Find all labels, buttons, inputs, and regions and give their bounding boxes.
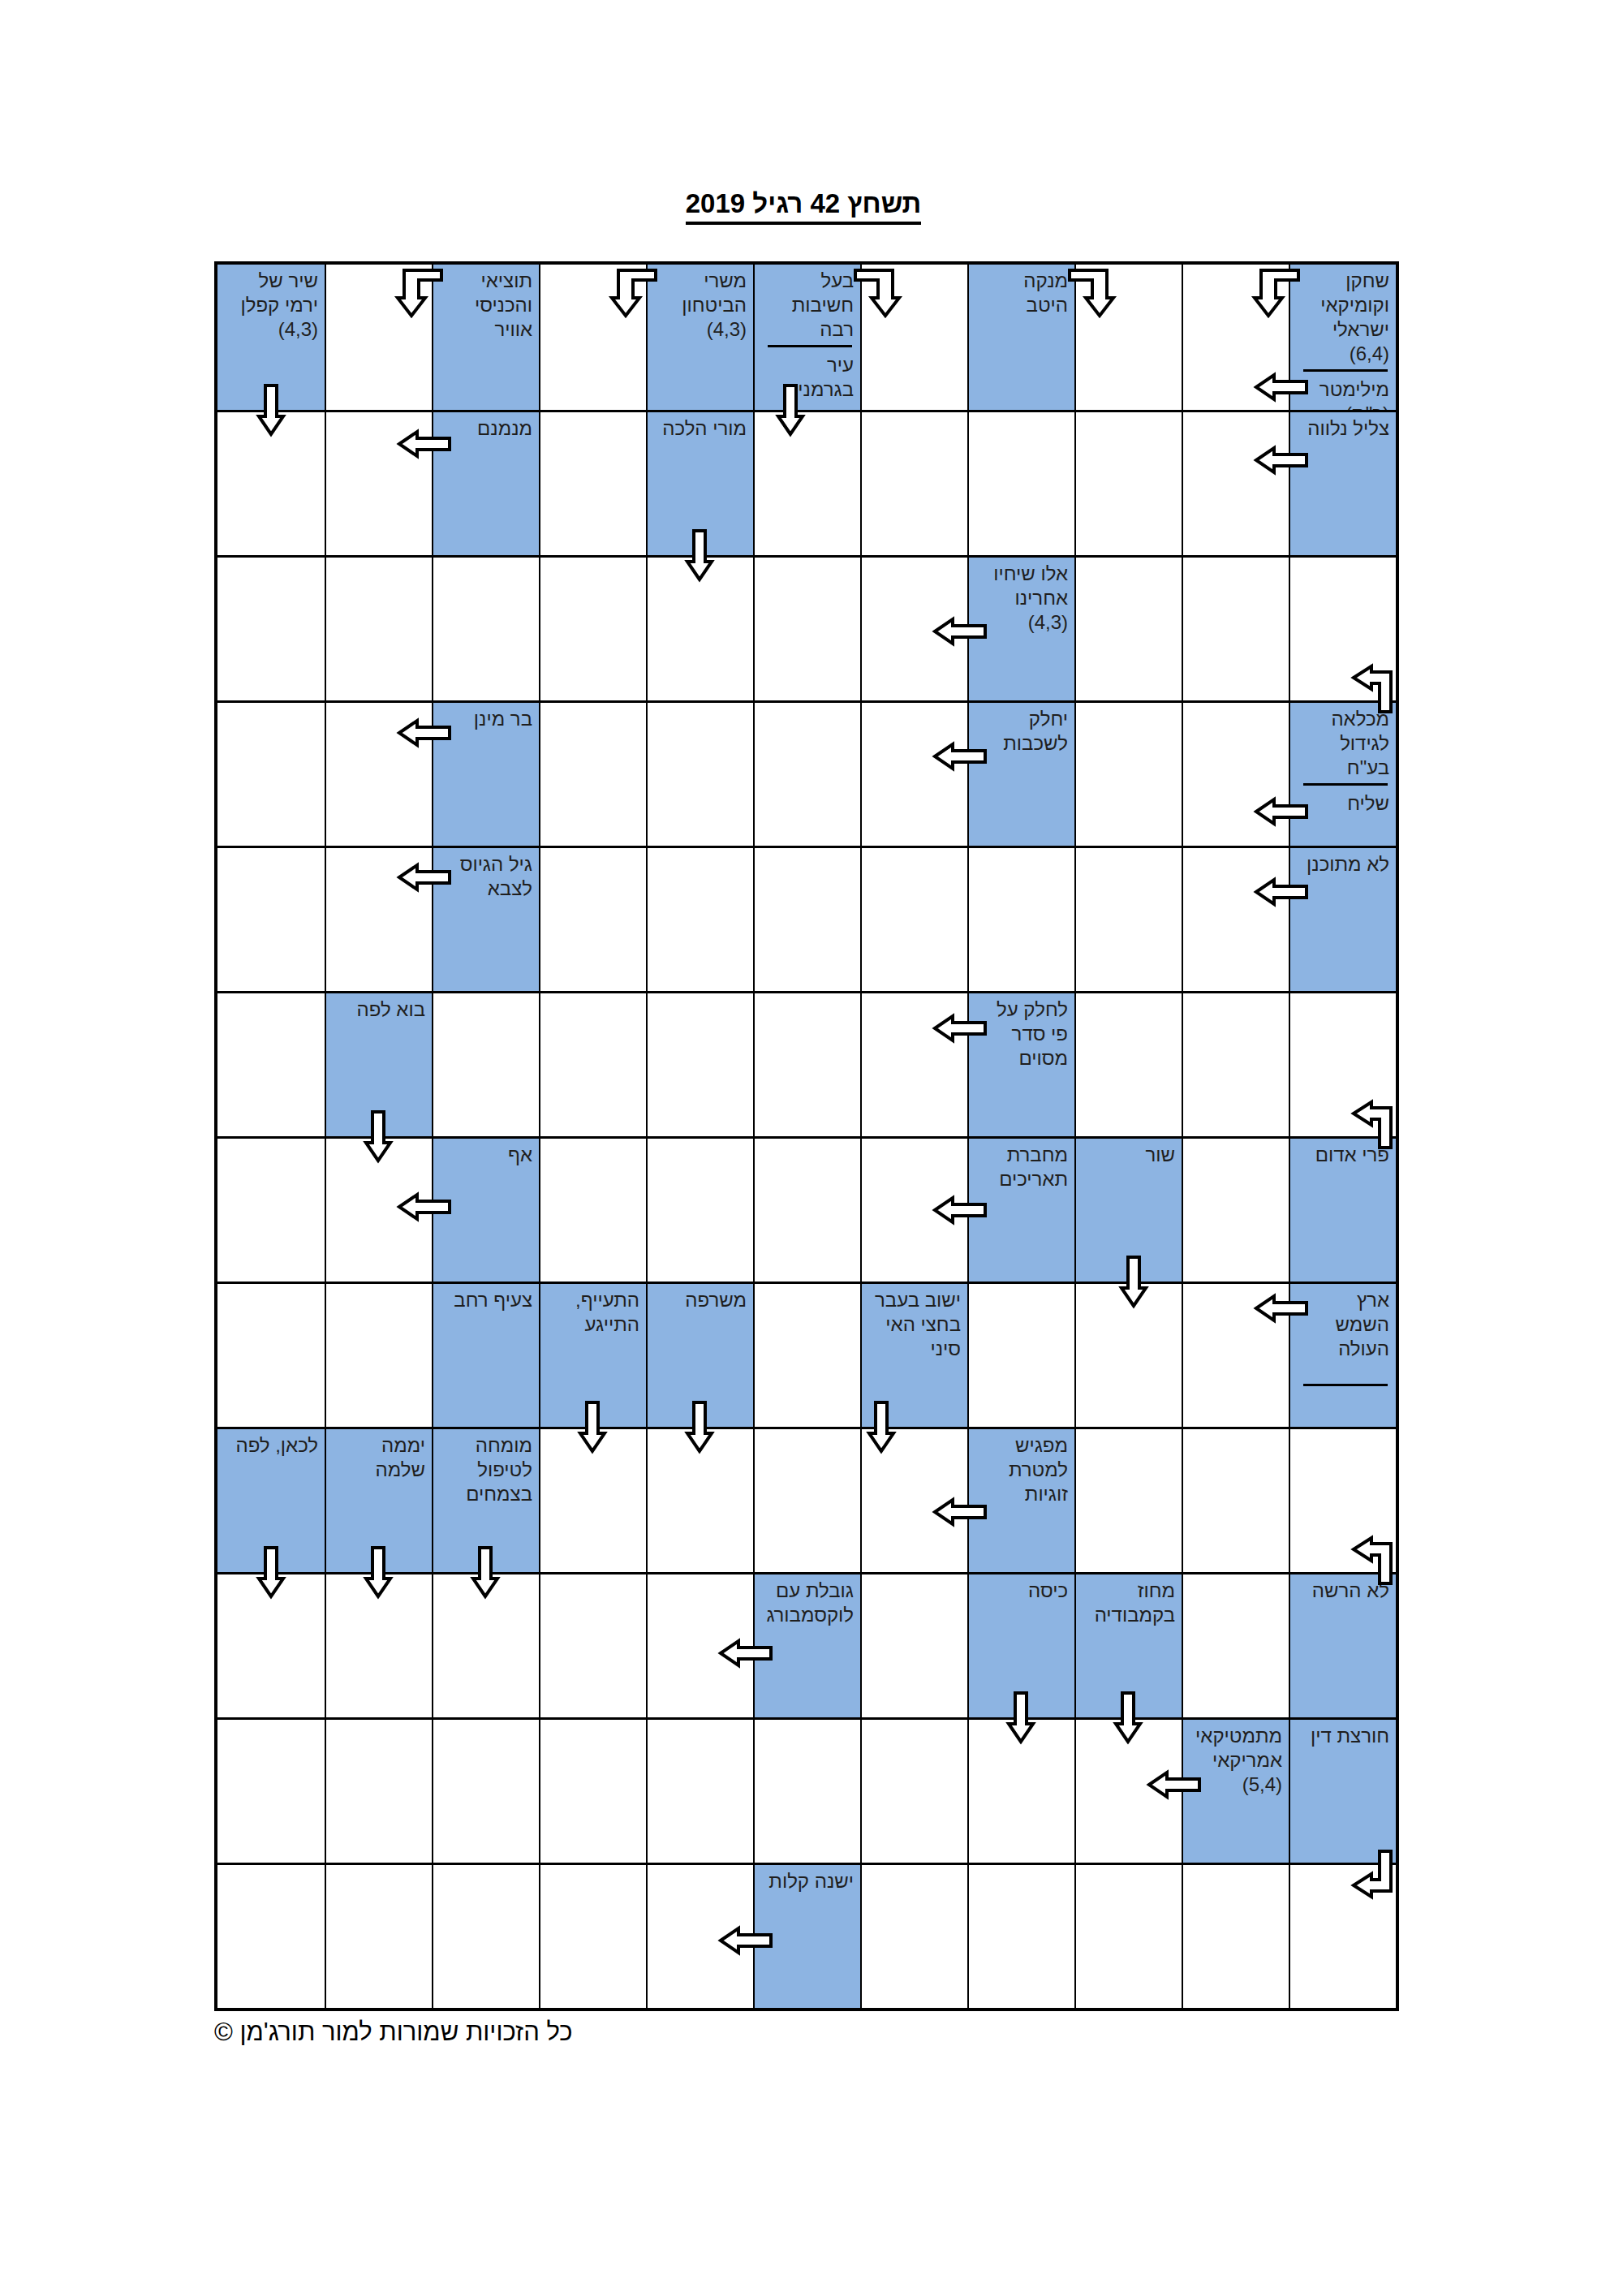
clue-divider	[768, 345, 852, 347]
answer-cell-r6c9[interactable]	[1074, 991, 1182, 1136]
answer-cell-r3c11[interactable]	[1289, 555, 1396, 700]
answer-cell-r5c10[interactable]	[1182, 846, 1289, 991]
answer-cell-r3c3[interactable]	[432, 555, 539, 700]
answer-cell-r6c10[interactable]	[1182, 991, 1289, 1136]
answer-cell-r8c9[interactable]	[1074, 1282, 1182, 1427]
answer-cell-r7c4[interactable]	[539, 1136, 646, 1282]
clue-text: מחברת תאריכים	[969, 1139, 1074, 1191]
answer-cell-r12c7[interactable]	[860, 1863, 967, 2008]
answer-cell-r12c8[interactable]	[967, 1863, 1074, 2008]
answer-cell-r6c7[interactable]	[860, 991, 967, 1136]
clue-text: צליל נלווה	[1290, 412, 1396, 441]
answer-cell-r4c9[interactable]	[1074, 700, 1182, 846]
answer-cell-r4c10[interactable]	[1182, 700, 1289, 846]
answer-cell-r11c8[interactable]	[967, 1717, 1074, 1863]
clue-text: שחקן וקומיקאי ישראלי (6,4)	[1290, 265, 1396, 366]
clue-text: עיר בגרמניה	[755, 349, 860, 402]
answer-cell-r7c10[interactable]	[1182, 1136, 1289, 1282]
clue-cell-r4c8: יחלק לשכבות	[967, 700, 1074, 846]
clue-text: שור	[1076, 1139, 1182, 1167]
clue-cell-r8c3: צעיף רחב	[432, 1282, 539, 1427]
answer-cell-r4c2[interactable]	[325, 700, 432, 846]
clue-cell-r1c5: משרי הביטחון (4,3)	[646, 265, 753, 410]
answer-cell-r11c7[interactable]	[860, 1717, 967, 1863]
clue-text: פרי אדום	[1290, 1139, 1396, 1167]
answer-cell-r3c7[interactable]	[860, 555, 967, 700]
clue-cell-r10c11: לא הרשה	[1289, 1572, 1396, 1717]
clue-cell-r7c11: פרי אדום	[1289, 1136, 1396, 1282]
answer-cell-r12c2[interactable]	[325, 1863, 432, 2008]
answer-cell-r3c4[interactable]	[539, 555, 646, 700]
puzzle-page: תשחץ 42 רגיל 2019 שיר של ירמי קפלן (4,3)…	[0, 0, 1623, 2296]
answer-cell-r12c9[interactable]	[1074, 1863, 1182, 2008]
puzzle-title: תשחץ 42 רגיל 2019	[214, 188, 1393, 225]
answer-cell-r7c1[interactable]	[217, 1136, 325, 1282]
answer-cell-r5c2[interactable]	[325, 846, 432, 991]
answer-cell-r6c6[interactable]	[753, 991, 860, 1136]
answer-cell-r9c11[interactable]	[1289, 1427, 1396, 1572]
clue-cell-r6c8: לחלק על פי סדר מסוים	[967, 991, 1074, 1136]
answer-cell-r10c2[interactable]	[325, 1572, 432, 1717]
answer-cell-r7c5[interactable]	[646, 1136, 753, 1282]
answer-cell-r3c1[interactable]	[217, 555, 325, 700]
answer-cell-r7c7[interactable]	[860, 1136, 967, 1282]
answer-cell-r9c7[interactable]	[860, 1427, 967, 1572]
answer-cell-r2c9[interactable]	[1074, 410, 1182, 555]
answer-cell-r12c1[interactable]	[217, 1863, 325, 2008]
clue-divider	[1303, 1384, 1388, 1386]
answer-cell-r6c11[interactable]	[1289, 991, 1396, 1136]
answer-cell-r10c4[interactable]	[539, 1572, 646, 1717]
answer-cell-r3c6[interactable]	[753, 555, 860, 700]
clue-text: ארץ השמש העולה	[1290, 1284, 1396, 1361]
answer-cell-r11c5[interactable]	[646, 1717, 753, 1863]
clue-text: ישוב בעבר בחצי האי סיני	[862, 1284, 967, 1361]
answer-cell-r7c2[interactable]	[325, 1136, 432, 1282]
clue-cell-r9c8: מפגיש למטרת זוגיות	[967, 1427, 1074, 1572]
answer-cell-r3c10[interactable]	[1182, 555, 1289, 700]
clue-cell-r2c3: מנמנם	[432, 410, 539, 555]
answer-cell-r8c2[interactable]	[325, 1282, 432, 1427]
answer-cell-r4c1[interactable]	[217, 700, 325, 846]
clue-text: ישנה קלות	[755, 1865, 860, 1893]
clue-cell-r1c8: מנקה היטב	[967, 265, 1074, 410]
puzzle-title-text: תשחץ 42 רגיל 2019	[686, 188, 922, 225]
clue-cell-r8c5: משרפה	[646, 1282, 753, 1427]
answer-cell-r11c1[interactable]	[217, 1717, 325, 1863]
answer-cell-r10c7[interactable]	[860, 1572, 967, 1717]
clue-text: בר מינן	[433, 703, 539, 731]
clue-text: מכלאה לגידול בע"ח	[1290, 703, 1396, 780]
answer-cell-r1c9[interactable]	[1074, 265, 1182, 410]
clue-text: גיל הגיוס לצבא	[433, 848, 539, 901]
answer-cell-r12c11[interactable]	[1289, 1863, 1396, 2008]
answer-cell-r3c2[interactable]	[325, 555, 432, 700]
copyright-text: כל הזכויות שמורות למור תורג'מן ©	[214, 2018, 1393, 2047]
clue-text: כיסה	[969, 1574, 1074, 1603]
crossword-grid: שיר של ירמי קפלן (4,3)תוציאי והכניסי אוו…	[214, 261, 1399, 2011]
answer-cell-r5c8[interactable]	[967, 846, 1074, 991]
clue-text: מנמנם	[433, 412, 539, 441]
answer-cell-r1c7[interactable]	[860, 265, 967, 410]
clue-divider	[1303, 783, 1388, 786]
answer-cell-r4c4[interactable]	[539, 700, 646, 846]
clue-cell-r7c3: אף	[432, 1136, 539, 1282]
clue-text: מתמטיקאי אמריקאי (5,4)	[1183, 1720, 1289, 1797]
clue-cell-r10c9: מחוז בקמבודיה	[1074, 1572, 1182, 1717]
clue-cell-r12c6: ישנה קלות	[753, 1863, 860, 2008]
clue-cell-r1c6: בעל חשיבות רבהעיר בגרמניה	[753, 265, 860, 410]
answer-cell-r6c1[interactable]	[217, 991, 325, 1136]
clue-text: אף	[433, 1139, 539, 1167]
answer-cell-r2c4[interactable]	[539, 410, 646, 555]
clue-text	[1290, 1388, 1396, 1392]
answer-cell-r3c9[interactable]	[1074, 555, 1182, 700]
clue-cell-r1c3: תוציאי והכניסי אוויר	[432, 265, 539, 410]
clue-text: בעל חשיבות רבה	[755, 265, 860, 342]
clue-cell-r8c11: ארץ השמש העולה	[1289, 1282, 1396, 1427]
answer-cell-r3c5[interactable]	[646, 555, 753, 700]
clue-text: מורי הלכה	[648, 412, 753, 441]
clue-text: יחלק לשכבות	[969, 703, 1074, 756]
answer-cell-r11c2[interactable]	[325, 1717, 432, 1863]
answer-cell-r4c6[interactable]	[753, 700, 860, 846]
answer-cell-r6c3[interactable]	[432, 991, 539, 1136]
clue-text: חורצת דין	[1290, 1720, 1396, 1748]
clue-text: יממה שלמה	[326, 1429, 432, 1482]
answer-cell-r1c10[interactable]	[1182, 265, 1289, 410]
answer-cell-r8c8[interactable]	[967, 1282, 1074, 1427]
clue-cell-r6c2: בוא לפה	[325, 991, 432, 1136]
answer-cell-r4c5[interactable]	[646, 700, 753, 846]
clue-cell-r8c4: התעייף, התייגע	[539, 1282, 646, 1427]
answer-cell-r4c7[interactable]	[860, 700, 967, 846]
answer-cell-r9c5[interactable]	[646, 1427, 753, 1572]
clue-text: משרפה	[648, 1284, 753, 1312]
answer-cell-r2c2[interactable]	[325, 410, 432, 555]
answer-cell-r5c7[interactable]	[860, 846, 967, 991]
answer-cell-r5c4[interactable]	[539, 846, 646, 991]
answer-cell-r12c5[interactable]	[646, 1863, 753, 2008]
answer-cell-r5c5[interactable]	[646, 846, 753, 991]
clue-cell-r9c3: מומחה לטיפול בצמחים	[432, 1427, 539, 1572]
answer-cell-r10c5[interactable]	[646, 1572, 753, 1717]
answer-cell-r8c10[interactable]	[1182, 1282, 1289, 1427]
clue-text: לא הרשה	[1290, 1574, 1396, 1603]
clue-text: צעיף רחב	[433, 1284, 539, 1312]
answer-cell-r1c4[interactable]	[539, 265, 646, 410]
clue-cell-r9c2: יממה שלמה	[325, 1427, 432, 1572]
answer-cell-r5c1[interactable]	[217, 846, 325, 991]
answer-cell-r12c4[interactable]	[539, 1863, 646, 2008]
clue-cell-r3c8: אלו שיחיו אחרינו (4,3)	[967, 555, 1074, 700]
clue-text: מנקה היטב	[969, 265, 1074, 317]
clue-cell-r4c3: בר מינן	[432, 700, 539, 846]
answer-cell-r1c2[interactable]	[325, 265, 432, 410]
answer-cell-r11c9[interactable]	[1074, 1717, 1182, 1863]
answer-cell-r11c3[interactable]	[432, 1717, 539, 1863]
clue-cell-r10c6: גובלת עם לוקסמבורג	[753, 1572, 860, 1717]
clue-cell-r9c1: לכאן, לפה	[217, 1427, 325, 1572]
clue-text: משרי הביטחון (4,3)	[648, 265, 753, 342]
answer-cell-r5c6[interactable]	[753, 846, 860, 991]
clue-cell-r1c1: שיר של ירמי קפלן (4,3)	[217, 265, 325, 410]
answer-cell-r12c10[interactable]	[1182, 1863, 1289, 2008]
answer-cell-r12c3[interactable]	[432, 1863, 539, 2008]
clue-text: תוציאי והכניסי אוויר	[433, 265, 539, 342]
answer-cell-r2c10[interactable]	[1182, 410, 1289, 555]
answer-cell-r2c7[interactable]	[860, 410, 967, 555]
answer-cell-r11c6[interactable]	[753, 1717, 860, 1863]
clue-cell-r8c7: ישוב בעבר בחצי האי סיני	[860, 1282, 967, 1427]
clue-cell-r1c11: שחקן וקומיקאי ישראלי (6,4)מילימטר (ר"ת)	[1289, 265, 1396, 410]
clue-cell-r5c11: לא מתוכנן	[1289, 846, 1396, 991]
answer-cell-r2c1[interactable]	[217, 410, 325, 555]
clue-text: לא מתוכנן	[1290, 848, 1396, 877]
answer-cell-r9c9[interactable]	[1074, 1427, 1182, 1572]
answer-cell-r11c4[interactable]	[539, 1717, 646, 1863]
answer-cell-r10c3[interactable]	[432, 1572, 539, 1717]
clue-text: מחוז בקמבודיה	[1076, 1574, 1182, 1627]
clue-text: בוא לפה	[326, 993, 432, 1022]
answer-cell-r9c4[interactable]	[539, 1427, 646, 1572]
clue-text: שיר של ירמי קפלן (4,3)	[217, 265, 325, 342]
answer-cell-r8c1[interactable]	[217, 1282, 325, 1427]
clue-cell-r7c9: שור	[1074, 1136, 1182, 1282]
answer-cell-r6c4[interactable]	[539, 991, 646, 1136]
answer-cell-r10c10[interactable]	[1182, 1572, 1289, 1717]
clue-divider	[1303, 369, 1388, 372]
answer-cell-r8c6[interactable]	[753, 1282, 860, 1427]
answer-cell-r9c6[interactable]	[753, 1427, 860, 1572]
clue-text: גובלת עם לוקסמבורג	[755, 1574, 860, 1627]
clue-text: מפגיש למטרת זוגיות	[969, 1429, 1074, 1506]
clue-cell-r4c11: מכלאה לגידול בע"חשליח	[1289, 700, 1396, 846]
clue-cell-r11c10: מתמטיקאי אמריקאי (5,4)	[1182, 1717, 1289, 1863]
clue-text: שליח	[1290, 787, 1396, 816]
clue-cell-r2c11: צליל נלווה	[1289, 410, 1396, 555]
clue-text: מומחה לטיפול בצמחים	[433, 1429, 539, 1506]
clue-cell-r5c3: גיל הגיוס לצבא	[432, 846, 539, 991]
answer-cell-r10c1[interactable]	[217, 1572, 325, 1717]
clue-cell-r7c8: מחברת תאריכים	[967, 1136, 1074, 1282]
answer-cell-r5c9[interactable]	[1074, 846, 1182, 991]
clue-text: לחלק על פי סדר מסוים	[969, 993, 1074, 1070]
clue-cell-r11c11: חורצת דין	[1289, 1717, 1396, 1863]
clue-text: התעייף, התייגע	[540, 1284, 646, 1337]
answer-cell-r2c6[interactable]	[753, 410, 860, 555]
clue-cell-r10c8: כיסה	[967, 1572, 1074, 1717]
answer-cell-r2c8[interactable]	[967, 410, 1074, 555]
clue-text: לכאן, לפה	[217, 1429, 325, 1458]
clue-text: אלו שיחיו אחרינו (4,3)	[969, 558, 1074, 635]
answer-cell-r6c5[interactable]	[646, 991, 753, 1136]
answer-cell-r9c10[interactable]	[1182, 1427, 1289, 1572]
clue-cell-r2c5: מורי הלכה	[646, 410, 753, 555]
answer-cell-r7c6[interactable]	[753, 1136, 860, 1282]
